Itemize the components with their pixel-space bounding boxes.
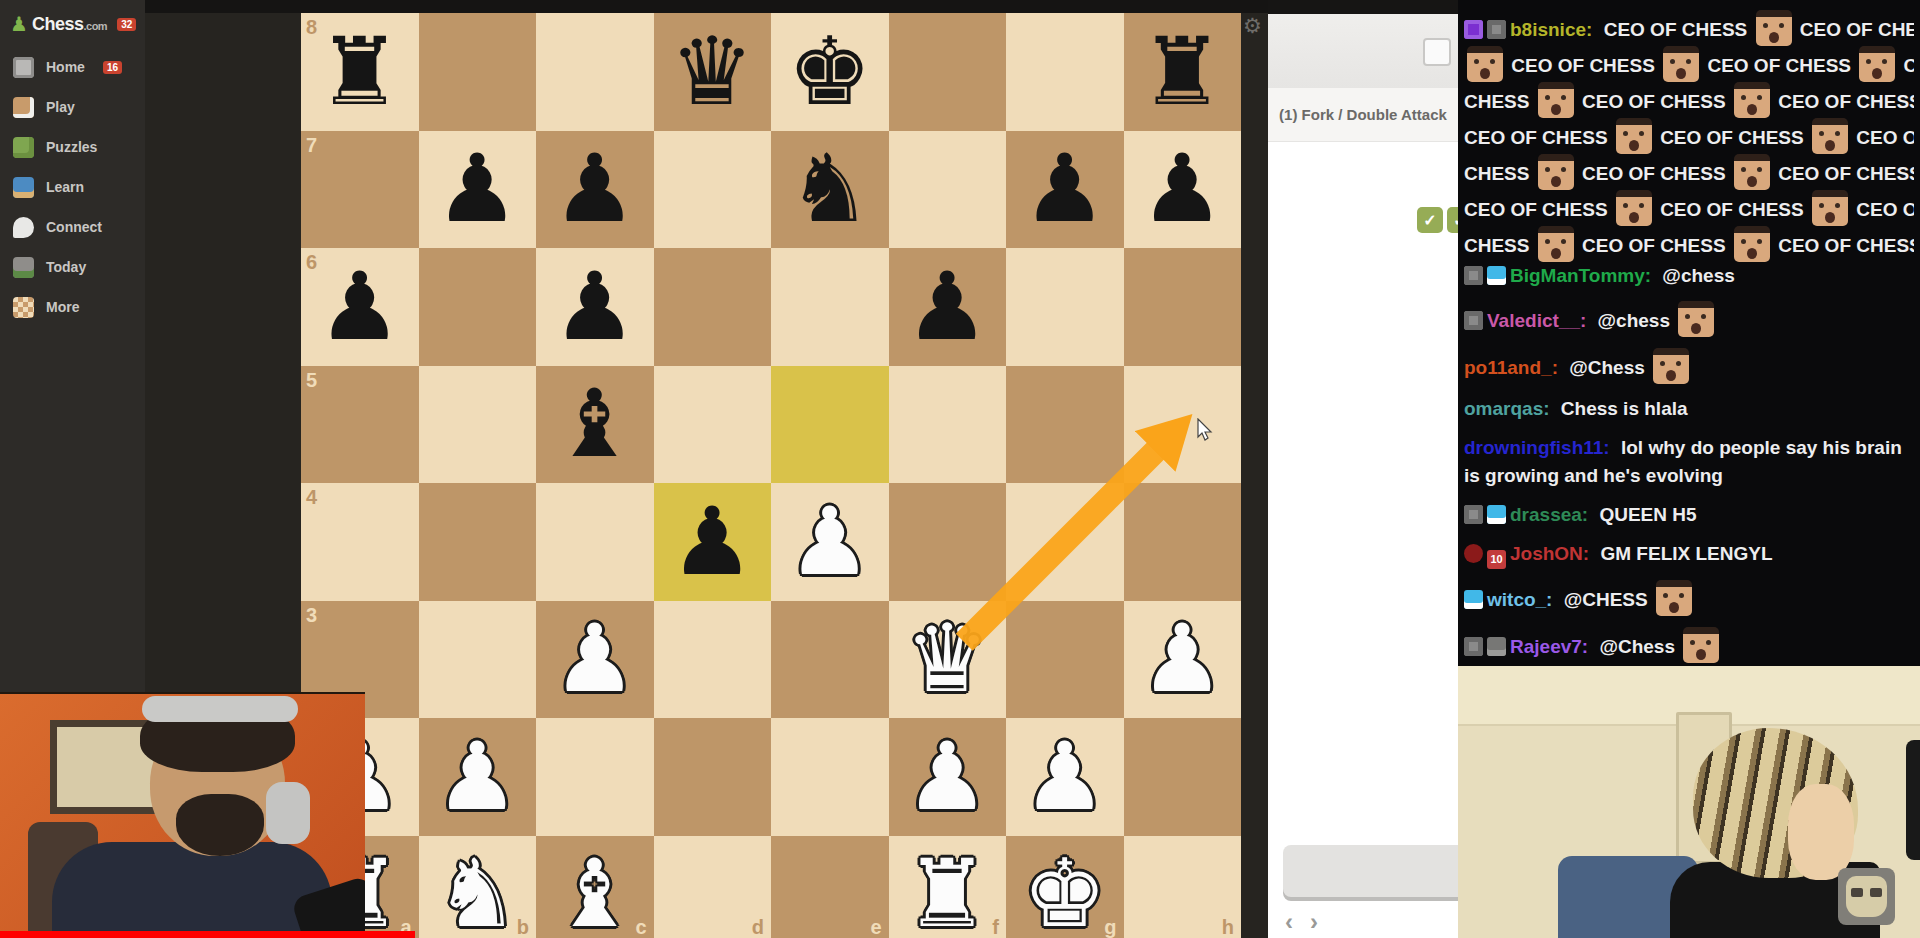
chat-text: CEO OF CHESS	[1702, 55, 1856, 76]
chat-text: @chess	[1592, 310, 1675, 331]
puzzle-theme-row: (1) Fork / Double Attack	[1268, 88, 1458, 142]
ceo-of-chess-face-emote-icon	[1656, 580, 1692, 616]
square-b6[interactable]	[419, 248, 537, 366]
sidebar-item-connect[interactable]: Connect	[0, 212, 145, 242]
sub-gray-badge-icon	[1487, 20, 1506, 39]
headphone-band	[142, 696, 298, 722]
square-h2[interactable]	[1124, 718, 1242, 836]
square-h3[interactable]: ♟	[1124, 601, 1242, 719]
piece-black-pawn-b7[interactable]: ♟	[419, 131, 537, 249]
sidebar-item-learn[interactable]: Learn	[0, 172, 145, 202]
chat-message-continuation: CHESS CEO OF CHESS CEO OF CHESS	[1464, 154, 1914, 190]
piece-black-queen-d8[interactable]: ♛	[654, 13, 772, 131]
chat-text: @chess	[1657, 265, 1735, 286]
piece-black-pawn-f6[interactable]: ♟	[889, 248, 1007, 366]
chat-username[interactable]: b8isnice:	[1510, 19, 1592, 40]
square-b7[interactable]: ♟	[419, 131, 537, 249]
chat-username[interactable]: Valedict__:	[1487, 310, 1586, 331]
chat-text: CEO OF CHESS	[1598, 19, 1752, 40]
square-h1[interactable]: h	[1124, 836, 1242, 938]
chat-text: CEO OF CHESS	[1506, 55, 1660, 76]
square-c3[interactable]: ♟	[536, 601, 654, 719]
square-d1[interactable]: d	[654, 836, 772, 938]
puzzle-panel: (1) Fork / Double Attack ✓ ✓ ‹ ›	[1268, 14, 1458, 938]
chess-board[interactable]: 8♜♛♚♜7♟♟♞♟♟6♟♟♟5♝4♟♟3♟♛♟2♟♟♟♟1a♜b♞c♝def♜…	[301, 13, 1241, 938]
ceo-of-chess-face-emote-icon	[1616, 118, 1652, 154]
square-g8[interactable]	[1006, 13, 1124, 131]
piece-black-rook-h8[interactable]: ♜	[1124, 13, 1242, 131]
chat-username[interactable]: Rajeev7:	[1510, 636, 1588, 657]
prev-arrow-button[interactable]: ‹	[1285, 912, 1293, 932]
piece-white-pawn-g2[interactable]: ♟	[1006, 718, 1124, 836]
logo-notification-badge: 32	[117, 18, 136, 31]
square-f2[interactable]: ♟	[889, 718, 1007, 836]
square-b4[interactable]	[419, 483, 537, 601]
chat-text: @Chess	[1594, 636, 1680, 657]
square-d8[interactable]: ♛	[654, 13, 772, 131]
chat-message-continuation: CEO OF CHESS CEO OF CHESS CEO O	[1464, 46, 1914, 82]
home-icon	[13, 57, 34, 78]
hoodie	[52, 842, 332, 938]
chat-username[interactable]: BigManTommy:	[1510, 265, 1651, 286]
piece-black-king-e8[interactable]: ♚	[771, 13, 889, 131]
square-d3[interactable]	[654, 601, 772, 719]
host-beard	[176, 794, 264, 856]
ceo-of-chess-face-emote-icon	[1538, 154, 1574, 190]
square-f8[interactable]	[889, 13, 1007, 131]
sidebar-item-label: Today	[46, 259, 86, 275]
cheer-10-badge-icon: 10	[1487, 550, 1506, 569]
sidebar-item-label: Connect	[46, 219, 102, 235]
chat-text: CEO OF CHESS	[1577, 235, 1731, 256]
chat-message-continuation: CEO OF CHESS CEO OF CHESS CEO OF	[1464, 190, 1914, 226]
piece-black-pawn-a6[interactable]: ♟	[301, 248, 419, 366]
piece-white-pawn-f2[interactable]: ♟	[889, 718, 1007, 836]
ceo-of-chess-face-emote-icon	[1734, 82, 1770, 118]
square-d2[interactable]	[654, 718, 772, 836]
piece-black-rook-a8[interactable]: ♜	[301, 13, 419, 131]
prime-crown-badge-icon	[1487, 505, 1506, 524]
square-g2[interactable]: ♟	[1006, 718, 1124, 836]
square-c2[interactable]	[536, 718, 654, 836]
sidebar-item-label: More	[46, 299, 79, 315]
square-d7[interactable]	[654, 131, 772, 249]
chat-message-continuation: CHESS CEO OF CHESS CEO OF CHESS	[1464, 82, 1914, 118]
piece-black-pawn-c6[interactable]: ♟	[536, 248, 654, 366]
ceo-of-chess-face-emote-icon	[1812, 190, 1848, 226]
chat-text: CEO OF CHESS	[1577, 91, 1731, 112]
gem-purple-badge-icon	[1464, 20, 1483, 39]
ceo-of-chess-face-emote-icon	[1538, 226, 1574, 262]
logo-text: Chess.com	[32, 14, 107, 35]
square-e4[interactable]: ♟	[771, 483, 889, 601]
sidebar-item-play[interactable]: Play	[0, 92, 145, 122]
square-h8[interactable]: ♜	[1124, 13, 1242, 131]
chat-username[interactable]: witco_:	[1487, 589, 1552, 610]
square-g3[interactable]	[1006, 601, 1124, 719]
chat-text: CHESS	[1464, 163, 1535, 184]
chat-text: CEO OF CHESS	[1773, 163, 1914, 184]
square-e3[interactable]	[771, 601, 889, 719]
chat-text: CHESS	[1464, 235, 1535, 256]
chat-username[interactable]: drassea:	[1510, 504, 1588, 525]
square-f6[interactable]: ♟	[889, 248, 1007, 366]
square-c8[interactable]	[536, 13, 654, 131]
ceo-of-chess-face-emote-icon	[1859, 46, 1895, 82]
chat-text: @CHESS	[1558, 589, 1653, 610]
chat-username[interactable]: omarqas:	[1464, 398, 1550, 419]
square-f1[interactable]: f♜	[889, 836, 1007, 938]
chat-text: GM FELIX LENGYL	[1595, 543, 1772, 564]
more-icon	[13, 297, 34, 318]
ceo-of-chess-face-emote-icon	[1678, 301, 1714, 337]
chesscom-logo[interactable]: ♟ Chess.com 32	[10, 12, 136, 36]
piece-black-bishop-c5[interactable]: ♝	[536, 366, 654, 484]
square-h4[interactable]	[1124, 483, 1242, 601]
square-a4[interactable]: 4	[301, 483, 419, 601]
panel-button[interactable]	[1283, 845, 1468, 897]
chat-text: CEO OF	[1851, 199, 1914, 220]
headphone-cup	[266, 782, 310, 844]
sub-gray-badge-icon	[1464, 505, 1483, 524]
sidebar-item-label: Learn	[46, 179, 84, 195]
chat-message-b8isnice: b8isnice: CEO OF CHESS CEO OF CHESS	[1464, 10, 1914, 46]
chat-message-drowningfish11: drowningfish11: lol why do people say hi…	[1464, 434, 1914, 490]
square-g7[interactable]: ♟	[1006, 131, 1124, 249]
square-g4[interactable]	[1006, 483, 1124, 601]
chat-message-po11and_: po11and_: @Chess	[1464, 348, 1914, 384]
piece-white-pawn-c3[interactable]: ♟	[536, 601, 654, 719]
piece-white-pawn-h3[interactable]: ♟	[1124, 601, 1242, 719]
gorilla-logo	[1838, 868, 1895, 925]
chat-message-JoshON: 10JoshON: GM FELIX LENGYL	[1464, 540, 1914, 569]
chat-username[interactable]: drowningfish11:	[1464, 437, 1610, 458]
square-h7[interactable]: ♟	[1124, 131, 1242, 249]
ceo-of-chess-face-emote-icon	[1538, 82, 1574, 118]
chat-text: CEO OF CHESS	[1464, 127, 1613, 148]
square-g1[interactable]: g♚	[1006, 836, 1124, 938]
rank-label-4: 4	[306, 486, 317, 509]
piece-white-rook-f1[interactable]: ♜	[889, 836, 1007, 938]
chat-text: CEO OF CHESS	[1773, 91, 1914, 112]
square-a5[interactable]: 5	[301, 366, 419, 484]
rank-label-5: 5	[306, 369, 317, 392]
square-e6[interactable]	[771, 248, 889, 366]
square-b1[interactable]: b♞	[419, 836, 537, 938]
chat-text: CEO OF CHESS	[1577, 163, 1731, 184]
today-icon	[13, 257, 34, 278]
sub-gray-badge-icon	[1464, 311, 1483, 330]
ceo-of-chess-face-emote-icon	[1467, 46, 1503, 82]
sidebar-item-label: Play	[46, 99, 75, 115]
chat-username[interactable]: JoshON:	[1510, 543, 1589, 564]
ceo-of-chess-face-emote-icon	[1734, 226, 1770, 262]
webcam-left-host	[0, 692, 365, 938]
square-d4[interactable]: ♟	[654, 483, 772, 601]
chat-text: CEO OF CHESS	[1464, 199, 1613, 220]
file-label-d: d	[752, 916, 764, 938]
piece-white-queen-f3[interactable]: ♛	[889, 601, 1007, 719]
sidebar-item-more[interactable]: More	[0, 292, 145, 322]
twitch-chat[interactable]: b8isnice: CEO OF CHESS CEO OF CHESS CEO …	[1458, 0, 1920, 666]
stream-frame: ♟ Chess.com 32 Home16 Play Puzzles Learn…	[0, 0, 1920, 938]
sidebar-item-home[interactable]: Home16	[0, 52, 145, 82]
square-g5[interactable]	[1006, 366, 1124, 484]
square-b3[interactable]	[419, 601, 537, 719]
circle-red-badge-icon	[1464, 544, 1483, 563]
prime-crown-badge-icon	[1487, 266, 1506, 285]
piece-white-knight-b1[interactable]: ♞	[419, 836, 537, 938]
key-gray-badge-icon	[1487, 637, 1506, 656]
chat-text: CEO OF	[1851, 127, 1914, 148]
square-e7[interactable]: ♞	[771, 131, 889, 249]
chat-text: CEO OF CHESS	[1795, 19, 1914, 40]
square-g6[interactable]	[1006, 248, 1124, 366]
chat-text: CHESS	[1464, 91, 1535, 112]
file-label-h: h	[1222, 916, 1234, 938]
rank-label-7: 7	[306, 134, 317, 157]
chat-message-continuation: CEO OF CHESS CEO OF CHESS CEO OF	[1464, 118, 1914, 154]
sidebar-item-label: Puzzles	[46, 139, 97, 155]
guest-face	[1788, 784, 1854, 880]
chat-text: @Chess	[1564, 357, 1650, 378]
ceo-of-chess-face-emote-icon	[1653, 348, 1689, 384]
video-progress-bar[interactable]	[0, 931, 415, 938]
square-c4[interactable]	[536, 483, 654, 601]
ceo-of-chess-face-emote-icon	[1683, 627, 1719, 663]
piece-white-pawn-e4[interactable]: ♟	[771, 483, 889, 601]
piece-black-pawn-h7[interactable]: ♟	[1124, 131, 1242, 249]
chat-text: QUEEN H5	[1594, 504, 1696, 525]
chat-text: CEO OF CHESS	[1655, 127, 1809, 148]
square-f7[interactable]	[889, 131, 1007, 249]
piece-black-pawn-c7[interactable]: ♟	[536, 131, 654, 249]
square-a6[interactable]: 6♟	[301, 248, 419, 366]
square-e1[interactable]: e	[771, 836, 889, 938]
piece-white-pawn-b2[interactable]: ♟	[419, 718, 537, 836]
chat-message-continuation: CHESS CEO OF CHESS CEO OF CHESS	[1464, 226, 1914, 262]
square-d5[interactable]	[654, 366, 772, 484]
chat-text: CEO OF CHESS	[1773, 235, 1914, 256]
piece-white-bishop-c1[interactable]: ♝	[536, 836, 654, 938]
puzzle-theme-title: (1) Fork / Double Attack	[1279, 106, 1447, 123]
sidebar-item-puzzles[interactable]: Puzzles	[0, 132, 145, 162]
chat-text: CEO O	[1898, 55, 1914, 76]
sidebar-item-today[interactable]: Today	[0, 252, 145, 282]
piece-black-knight-e7[interactable]: ♞	[771, 131, 889, 249]
ceo-of-chess-face-emote-icon	[1616, 190, 1652, 226]
gear-icon[interactable]: ⚙	[1243, 14, 1269, 40]
learn-icon	[13, 177, 34, 198]
square-c6[interactable]: ♟	[536, 248, 654, 366]
pawn-logo-icon: ♟	[10, 12, 28, 36]
mic-arm	[1906, 740, 1920, 860]
square-a7[interactable]: 7	[301, 131, 419, 249]
webcam-right-guest	[1458, 666, 1920, 938]
chat-message-drassea: drassea: QUEEN H5	[1464, 501, 1914, 529]
sub-gray-badge-icon	[1464, 637, 1483, 656]
square-f5[interactable]	[889, 366, 1007, 484]
rank-label-3: 3	[306, 604, 317, 627]
square-c5[interactable]: ♝	[536, 366, 654, 484]
square-c7[interactable]: ♟	[536, 131, 654, 249]
square-h6[interactable]	[1124, 248, 1242, 366]
square-e2[interactable]	[771, 718, 889, 836]
chat-message-omarqas: omarqas: Chess is hlala	[1464, 395, 1914, 423]
chat-username[interactable]: po11and_:	[1464, 357, 1558, 378]
square-f4[interactable]	[889, 483, 1007, 601]
ceo-of-chess-face-emote-icon	[1756, 10, 1792, 46]
square-b5[interactable]	[419, 366, 537, 484]
sub-gray-badge-icon	[1464, 266, 1483, 285]
square-c1[interactable]: c♝	[536, 836, 654, 938]
chat-message-Rajeev7: Rajeev7: @Chess	[1464, 627, 1914, 663]
chat-message-Valedict__: Valedict__: @chess	[1464, 301, 1914, 337]
chat-text: Chess is hlala	[1556, 398, 1688, 419]
square-b8[interactable]	[419, 13, 537, 131]
chat-text: CEO OF CHESS	[1655, 199, 1809, 220]
play-icon	[13, 97, 34, 118]
square-h5[interactable]	[1124, 366, 1242, 484]
puzzles-icon	[13, 137, 34, 158]
ceo-of-chess-face-emote-icon	[1663, 46, 1699, 82]
solved-checkbox-1[interactable]: ✓	[1417, 207, 1443, 233]
square-d6[interactable]	[654, 248, 772, 366]
piece-black-pawn-g7[interactable]: ♟	[1006, 131, 1124, 249]
square-e5[interactable]	[771, 366, 889, 484]
sidebar-item-label: Home	[46, 59, 85, 75]
ceo-of-chess-face-emote-icon	[1812, 118, 1848, 154]
connect-icon	[13, 217, 34, 238]
square-a8[interactable]: 8♜	[301, 13, 419, 131]
square-e8[interactable]: ♚	[771, 13, 889, 131]
prime-crown-badge-icon	[1464, 590, 1483, 609]
square-f3[interactable]: ♛	[889, 601, 1007, 719]
file-label-e: e	[870, 916, 881, 938]
chat-message-BigManTommy: BigManTommy: @chess	[1464, 262, 1914, 290]
top-strip	[145, 0, 1268, 13]
piece-black-pawn-d4[interactable]: ♟	[654, 483, 772, 601]
square-b2[interactable]: ♟	[419, 718, 537, 836]
chat-message-witco_: witco_: @CHESS	[1464, 580, 1914, 616]
notification-badge: 16	[103, 61, 122, 74]
ceo-of-chess-face-emote-icon	[1734, 154, 1770, 190]
empty-checkbox[interactable]	[1423, 38, 1451, 66]
piece-white-king-g1[interactable]: ♚	[1006, 836, 1124, 938]
next-arrow-button[interactable]: ›	[1310, 912, 1318, 932]
